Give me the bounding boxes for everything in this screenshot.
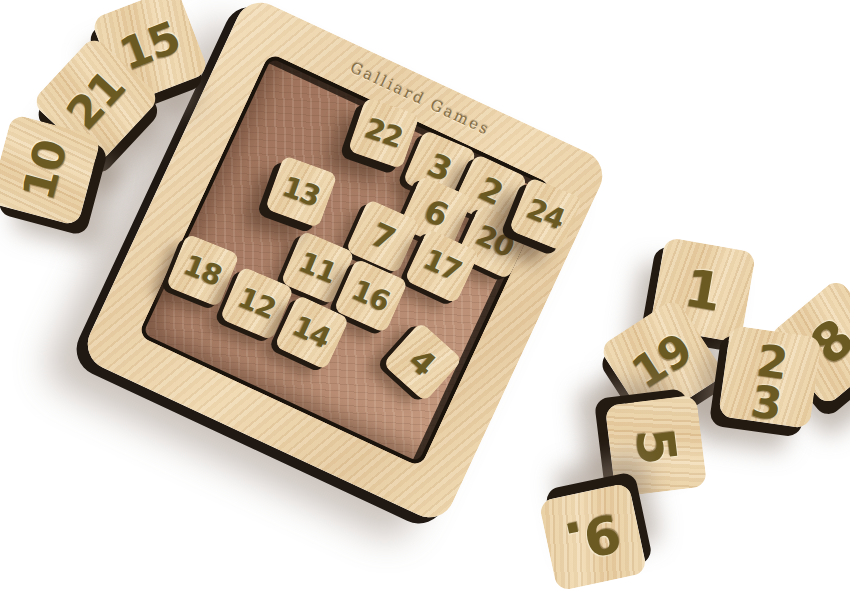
tile-number: 9. <box>561 506 625 568</box>
tile-number: 17 <box>419 245 464 286</box>
tile-number: 23 <box>742 333 797 421</box>
tile-number: 10 <box>16 136 74 205</box>
tile-number: 4 <box>404 343 441 381</box>
tile-5[interactable]: 5 <box>605 395 708 498</box>
tile-number: 6 <box>420 194 452 232</box>
tile-number: 19 <box>625 326 699 395</box>
tile-number: 12 <box>235 283 280 323</box>
tile-9[interactable]: 9. <box>538 482 647 591</box>
tile-number: 16 <box>348 276 393 317</box>
tile-number: 13 <box>279 172 323 211</box>
tile-number: 18 <box>180 251 225 291</box>
tile-number: 11 <box>295 248 340 288</box>
scene: Galliard Games 2232246201371711161812144… <box>0 0 850 614</box>
tile-number: 24 <box>523 194 568 234</box>
tile-number: 5 <box>628 425 684 466</box>
tile-23[interactable]: 23 <box>718 325 822 429</box>
tile-number: 7 <box>367 218 399 256</box>
tile-number: 21 <box>60 63 133 136</box>
tile-number: 14 <box>289 312 334 353</box>
tile-number: 22 <box>361 114 405 153</box>
tile-number: 1 <box>681 261 725 318</box>
tile-number: 2 <box>474 173 507 211</box>
